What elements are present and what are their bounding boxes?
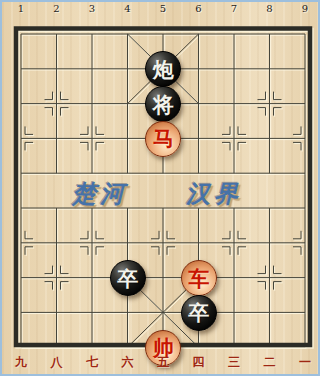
file-label-top-3: 3 bbox=[82, 3, 102, 14]
file-label-bottom-7: 三 bbox=[223, 354, 245, 371]
file-label-bottom-3: 七 bbox=[81, 354, 103, 371]
piece-layer: 炮将马卒车卒帅 bbox=[3, 17, 320, 365]
file-label-bottom-9: 一 bbox=[294, 354, 316, 371]
file-label-top-2: 2 bbox=[47, 3, 67, 14]
file-label-bottom-6: 四 bbox=[188, 354, 210, 371]
piece-black-soldier[interactable]: 卒 bbox=[181, 295, 217, 331]
file-label-top-8: 8 bbox=[260, 3, 280, 14]
piece-black-cannon[interactable]: 炮 bbox=[145, 51, 181, 87]
piece-black-soldier[interactable]: 卒 bbox=[110, 260, 146, 296]
file-label-top-1: 1 bbox=[11, 3, 31, 14]
file-label-bottom-5: 五 bbox=[152, 354, 174, 371]
piece-black-general[interactable]: 将 bbox=[145, 86, 181, 122]
file-label-top-6: 6 bbox=[189, 3, 209, 14]
file-label-top-4: 4 bbox=[118, 3, 138, 14]
file-label-bottom-2: 八 bbox=[46, 354, 68, 371]
file-label-top-5: 5 bbox=[153, 3, 173, 14]
file-label-bottom-8: 二 bbox=[259, 354, 281, 371]
file-label-bottom-4: 六 bbox=[117, 354, 139, 371]
piece-red-horse[interactable]: 马 bbox=[145, 121, 181, 157]
file-label-top-9: 9 bbox=[295, 3, 315, 14]
xiangqi-app-window: 123456789 楚河 汉界 炮将马卒车卒帅 九八七六五四三二一 bbox=[0, 0, 320, 376]
piece-red-chariot[interactable]: 车 bbox=[181, 260, 217, 296]
file-labels-bottom: 九八七六五四三二一 bbox=[2, 354, 318, 370]
file-label-top-7: 7 bbox=[224, 3, 244, 14]
file-label-bottom-1: 九 bbox=[10, 354, 32, 371]
